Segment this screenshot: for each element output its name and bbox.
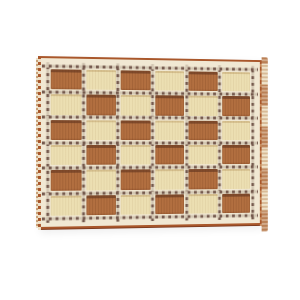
grid-line-horizontal-0	[42, 65, 258, 71]
rug	[38, 56, 262, 230]
grid-line-horizontal-2	[42, 116, 258, 120]
fringe-left	[36, 58, 38, 228]
grid-line-horizontal-4	[42, 165, 258, 169]
product-photo	[0, 0, 300, 300]
grid-line-horizontal-5	[42, 190, 258, 195]
grid-line-horizontal-6	[42, 214, 258, 220]
checkerboard	[48, 66, 253, 219]
board-grid-lines	[48, 66, 253, 219]
grid-line-horizontal-1	[42, 90, 258, 95]
rug-binding-left	[38, 56, 41, 230]
rug-binding-top	[38, 56, 262, 62]
fringe-right	[262, 57, 268, 231]
grid-line-horizontal-3	[42, 141, 258, 144]
rug-binding-bottom	[38, 223, 262, 230]
